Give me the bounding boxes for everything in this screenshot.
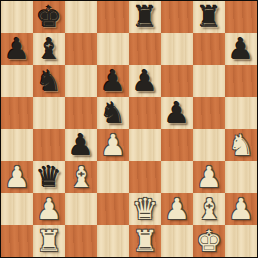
square-b2[interactable]: ♟ xyxy=(33,193,65,225)
square-a2[interactable] xyxy=(1,193,33,225)
piece-black-pawn-e6[interactable]: ♟ xyxy=(129,65,161,97)
square-d2[interactable] xyxy=(97,193,129,225)
square-h5[interactable] xyxy=(225,97,257,129)
square-g3[interactable]: ♟ xyxy=(193,161,225,193)
square-f8[interactable] xyxy=(161,1,193,33)
piece-white-bishop-g2[interactable]: ♝ xyxy=(193,193,225,225)
piece-white-bishop-c3[interactable]: ♝ xyxy=(65,161,97,193)
piece-black-rook-g8[interactable]: ♜ xyxy=(193,1,225,33)
square-a5[interactable] xyxy=(1,97,33,129)
square-a7[interactable]: ♟ xyxy=(1,33,33,65)
square-f2[interactable]: ♟ xyxy=(161,193,193,225)
piece-black-pawn-a7[interactable]: ♟ xyxy=(1,33,33,65)
square-d8[interactable] xyxy=(97,1,129,33)
square-h1[interactable] xyxy=(225,225,257,257)
square-a8[interactable] xyxy=(1,1,33,33)
square-e7[interactable] xyxy=(129,33,161,65)
square-d7[interactable] xyxy=(97,33,129,65)
square-h4[interactable]: ♞ xyxy=(225,129,257,161)
square-e8[interactable]: ♜ xyxy=(129,1,161,33)
square-f7[interactable] xyxy=(161,33,193,65)
square-g1[interactable]: ♚ xyxy=(193,225,225,257)
piece-black-pawn-c4[interactable]: ♟ xyxy=(65,129,97,161)
square-h8[interactable] xyxy=(225,1,257,33)
piece-white-pawn-a3[interactable]: ♟ xyxy=(1,161,33,193)
piece-black-knight-d5[interactable]: ♞ xyxy=(97,97,129,129)
square-c3[interactable]: ♝ xyxy=(65,161,97,193)
square-b3[interactable]: ♛ xyxy=(33,161,65,193)
chess-board-frame: ♚♜♜♟♝♟♞♟♟♞♟♟♟♞♟♛♝♟♟♛♟♝♟♜♜♚ xyxy=(0,0,258,258)
square-d1[interactable] xyxy=(97,225,129,257)
square-b1[interactable]: ♜ xyxy=(33,225,65,257)
square-g7[interactable] xyxy=(193,33,225,65)
piece-black-pawn-d6[interactable]: ♟ xyxy=(97,65,129,97)
piece-white-knight-h4[interactable]: ♞ xyxy=(225,129,257,161)
square-b6[interactable]: ♞ xyxy=(33,65,65,97)
square-b5[interactable] xyxy=(33,97,65,129)
square-e6[interactable]: ♟ xyxy=(129,65,161,97)
square-e2[interactable]: ♛ xyxy=(129,193,161,225)
square-f4[interactable] xyxy=(161,129,193,161)
square-c5[interactable] xyxy=(65,97,97,129)
piece-white-pawn-b2[interactable]: ♟ xyxy=(33,193,65,225)
piece-white-rook-b1[interactable]: ♜ xyxy=(33,225,65,257)
square-b7[interactable]: ♝ xyxy=(33,33,65,65)
piece-black-pawn-f5[interactable]: ♟ xyxy=(161,97,193,129)
square-c1[interactable] xyxy=(65,225,97,257)
square-e1[interactable]: ♜ xyxy=(129,225,161,257)
square-c8[interactable] xyxy=(65,1,97,33)
square-h7[interactable]: ♟ xyxy=(225,33,257,65)
square-a1[interactable] xyxy=(1,225,33,257)
square-h6[interactable] xyxy=(225,65,257,97)
square-h3[interactable] xyxy=(225,161,257,193)
piece-white-pawn-f2[interactable]: ♟ xyxy=(161,193,193,225)
square-d4[interactable]: ♟ xyxy=(97,129,129,161)
square-b4[interactable] xyxy=(33,129,65,161)
square-f3[interactable] xyxy=(161,161,193,193)
piece-white-queen-e2[interactable]: ♛ xyxy=(129,193,161,225)
square-d6[interactable]: ♟ xyxy=(97,65,129,97)
square-d3[interactable] xyxy=(97,161,129,193)
piece-white-king-g1[interactable]: ♚ xyxy=(193,225,225,257)
square-g6[interactable] xyxy=(193,65,225,97)
square-e4[interactable] xyxy=(129,129,161,161)
square-f6[interactable] xyxy=(161,65,193,97)
square-c4[interactable]: ♟ xyxy=(65,129,97,161)
piece-black-pawn-h7[interactable]: ♟ xyxy=(225,33,257,65)
piece-black-rook-e8[interactable]: ♜ xyxy=(129,1,161,33)
square-a6[interactable] xyxy=(1,65,33,97)
square-c7[interactable] xyxy=(65,33,97,65)
square-a4[interactable] xyxy=(1,129,33,161)
square-f5[interactable]: ♟ xyxy=(161,97,193,129)
square-e5[interactable] xyxy=(129,97,161,129)
square-g5[interactable] xyxy=(193,97,225,129)
piece-white-pawn-h2[interactable]: ♟ xyxy=(225,193,257,225)
chess-board: ♚♜♜♟♝♟♞♟♟♞♟♟♟♞♟♛♝♟♟♛♟♝♟♜♜♚ xyxy=(1,1,257,257)
square-a3[interactable]: ♟ xyxy=(1,161,33,193)
square-h2[interactable]: ♟ xyxy=(225,193,257,225)
piece-white-pawn-d4[interactable]: ♟ xyxy=(97,129,129,161)
square-g8[interactable]: ♜ xyxy=(193,1,225,33)
piece-black-queen-b3[interactable]: ♛ xyxy=(33,161,65,193)
square-c2[interactable] xyxy=(65,193,97,225)
piece-black-king-b8[interactable]: ♚ xyxy=(33,1,65,33)
square-g2[interactable]: ♝ xyxy=(193,193,225,225)
piece-white-rook-e1[interactable]: ♜ xyxy=(129,225,161,257)
piece-white-pawn-g3[interactable]: ♟ xyxy=(193,161,225,193)
piece-black-bishop-b7[interactable]: ♝ xyxy=(33,33,65,65)
square-e3[interactable] xyxy=(129,161,161,193)
square-d5[interactable]: ♞ xyxy=(97,97,129,129)
square-g4[interactable] xyxy=(193,129,225,161)
square-c6[interactable] xyxy=(65,65,97,97)
piece-black-knight-b6[interactable]: ♞ xyxy=(33,65,65,97)
square-f1[interactable] xyxy=(161,225,193,257)
square-b8[interactable]: ♚ xyxy=(33,1,65,33)
